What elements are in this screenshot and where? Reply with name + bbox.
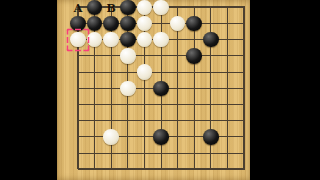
white-stone xyxy=(103,32,119,48)
white-stone xyxy=(137,64,153,80)
highlight-marker xyxy=(67,28,90,51)
white-stone xyxy=(103,129,119,145)
grid-line-vertical xyxy=(177,7,178,169)
black-stone xyxy=(120,16,136,32)
black-stone xyxy=(120,32,136,48)
black-stone xyxy=(186,16,202,32)
white-stone xyxy=(120,48,136,64)
grid-line-vertical xyxy=(194,7,195,169)
black-stone xyxy=(186,48,202,64)
black-stone xyxy=(153,129,169,145)
white-stone xyxy=(137,0,153,15)
grid-line-horizontal xyxy=(78,120,245,121)
point-label-A[interactable]: A xyxy=(74,2,83,13)
white-stone xyxy=(153,32,169,48)
grid-line-vertical xyxy=(243,7,245,169)
black-stone xyxy=(103,16,119,32)
point-label-B[interactable]: B xyxy=(107,2,116,13)
white-stone xyxy=(153,0,169,15)
screenshot-stage: AB xyxy=(0,0,320,180)
grid-line-vertical xyxy=(227,7,228,169)
grid-line-horizontal xyxy=(78,104,245,105)
go-board[interactable]: AB xyxy=(57,0,250,180)
grid-line-horizontal xyxy=(78,168,245,170)
white-stone xyxy=(170,16,186,32)
black-stone xyxy=(87,0,103,15)
black-stone xyxy=(203,32,219,48)
black-stone xyxy=(120,0,136,15)
black-stone xyxy=(153,81,169,97)
white-stone xyxy=(137,16,153,32)
black-stone xyxy=(203,129,219,145)
grid-line-horizontal xyxy=(78,55,245,56)
white-stone xyxy=(137,32,153,48)
white-stone xyxy=(120,81,136,97)
grid-line-horizontal xyxy=(78,72,245,73)
grid-line-horizontal xyxy=(78,153,245,154)
